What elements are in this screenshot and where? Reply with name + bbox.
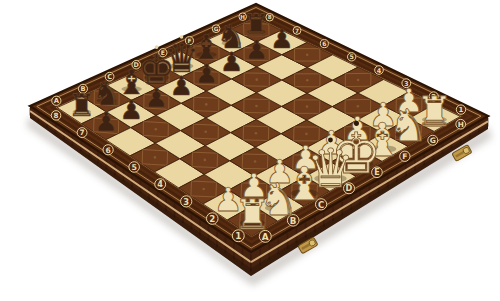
- label-rank-left-3: 3: [183, 197, 189, 207]
- piece-glyph-black-pawn: ♟: [270, 23, 294, 54]
- finial-tip: [354, 121, 359, 126]
- piece-glyph-black-pawn: ♟: [94, 106, 118, 137]
- label-rank-right-5: 5: [349, 53, 353, 60]
- label-rank-right-6: 6: [322, 40, 326, 47]
- piece-glyph-white-rook: ♜: [234, 190, 271, 239]
- square-ornament-dot: [204, 130, 207, 133]
- piece-black-pawn[interactable]: ♟: [94, 106, 118, 137]
- label-rank-right-7: 7: [295, 28, 299, 34]
- label-file-front-G: G: [430, 136, 436, 145]
- piece-glyph-black-pawn: ♟: [195, 58, 219, 89]
- square-ornament-dot: [255, 105, 258, 108]
- square-ornament-dot: [204, 159, 207, 162]
- piece-glyph-black-pawn: ♟: [220, 46, 244, 77]
- piece-black-pawn[interactable]: ♟: [195, 58, 219, 89]
- label-rank-left-4: 4: [157, 179, 163, 189]
- square-ornament-dot: [306, 79, 309, 82]
- square-ornament-dot: [255, 78, 258, 81]
- piece-black-pawn[interactable]: ♟: [119, 94, 143, 125]
- finial-tip: [155, 45, 159, 49]
- square-ornament-dot: [154, 128, 157, 131]
- chess-board: ABCDEFGHABCDEFGH1234567812345678♜♞♟♝♟♛♟♚…: [0, 0, 500, 301]
- label-rank-left-5: 5: [131, 163, 137, 172]
- label-file-back-A: A: [54, 97, 60, 105]
- label-rank-left-7: 7: [80, 128, 85, 137]
- piece-glyph-black-pawn: ♟: [144, 82, 168, 113]
- piece-black-pawn[interactable]: ♟: [144, 82, 168, 113]
- square-ornament-dot: [357, 105, 360, 108]
- finial-tip: [180, 35, 184, 39]
- square-ornament-dot: [154, 156, 157, 159]
- piece-black-pawn[interactable]: ♟: [245, 34, 269, 65]
- piece-black-pawn[interactable]: ♟: [170, 70, 194, 101]
- square-ornament-dot: [306, 105, 309, 108]
- piece-glyph-black-pawn: ♟: [119, 94, 143, 125]
- label-rank-right-1: 1: [459, 106, 464, 114]
- square-ornament-dot: [306, 54, 309, 57]
- label-rank-left-8: 8: [54, 111, 59, 120]
- square-ornament-dot: [202, 188, 205, 191]
- square-ornament-dot: [205, 103, 208, 106]
- square-ornament-dot: [255, 132, 258, 135]
- piece-white-rook[interactable]: ♜: [234, 190, 271, 239]
- piece-black-rook[interactable]: ♜: [68, 88, 96, 123]
- piece-black-pawn[interactable]: ♟: [220, 46, 244, 77]
- label-file-front-H: H: [458, 120, 464, 129]
- finial-tip: [328, 138, 333, 143]
- square-ornament-dot: [357, 79, 360, 82]
- label-rank-right-4: 4: [377, 67, 382, 75]
- square-ornament-dot: [254, 160, 257, 163]
- square-ornament-dot: [305, 133, 308, 136]
- piece-glyph-black-rook: ♜: [68, 88, 96, 123]
- piece-black-pawn[interactable]: ♟: [270, 23, 294, 54]
- chess-set-photo: ABCDEFGHABCDEFGH1234567812345678♜♞♟♝♟♛♟♚…: [0, 0, 500, 301]
- label-rank-left-6: 6: [105, 146, 110, 155]
- piece-glyph-black-pawn: ♟: [245, 34, 269, 65]
- piece-glyph-black-pawn: ♟: [170, 70, 194, 101]
